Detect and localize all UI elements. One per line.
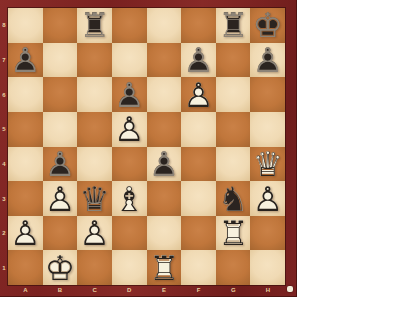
square-f6[interactable]: ♟♙ (181, 77, 216, 112)
square-a7[interactable]: ♟♙ (8, 43, 43, 78)
square-f3[interactable] (181, 181, 216, 216)
white-to-move-indicator (287, 286, 294, 293)
piece-black-pawn[interactable]: ♟♙ (112, 77, 147, 112)
file-label-h: H (251, 285, 286, 296)
square-e3[interactable] (147, 181, 182, 216)
square-g5[interactable] (216, 112, 251, 147)
piece-black-knight[interactable]: ♞♘ (216, 181, 251, 216)
square-f7[interactable]: ♟♙ (181, 43, 216, 78)
square-b4[interactable]: ♟♙ (43, 147, 78, 182)
file-label-f: F (181, 285, 216, 296)
square-g4[interactable] (216, 147, 251, 182)
square-g3[interactable]: ♞♘ (216, 181, 251, 216)
piece-white-rook[interactable]: ♜♖ (147, 250, 182, 285)
square-d3[interactable]: ♝♗ (112, 181, 147, 216)
square-g8[interactable]: ♜♖ (216, 8, 251, 43)
rank-label-5: 5 (0, 112, 8, 147)
square-f4[interactable] (181, 147, 216, 182)
square-h2[interactable] (250, 216, 285, 251)
square-g1[interactable] (216, 250, 251, 285)
rank-label-4: 4 (0, 147, 8, 182)
square-c4[interactable] (77, 147, 112, 182)
square-a8[interactable] (8, 8, 43, 43)
square-h6[interactable] (250, 77, 285, 112)
square-a4[interactable] (8, 147, 43, 182)
chessboard: ♜♖♜♖♚♔♟♙♟♙♟♙♟♙♟♙♟♙♟♙♟♙♛♕♟♙♛♕♝♗♞♘♟♙♟♙♟♙♜♖… (8, 8, 285, 285)
square-b7[interactable] (43, 43, 78, 78)
square-c5[interactable] (77, 112, 112, 147)
square-g7[interactable] (216, 43, 251, 78)
square-e8[interactable] (147, 8, 182, 43)
square-g6[interactable] (216, 77, 251, 112)
square-c8[interactable]: ♜♖ (77, 8, 112, 43)
piece-black-rook[interactable]: ♜♖ (77, 8, 112, 43)
square-g2[interactable]: ♜♖ (216, 216, 251, 251)
square-f8[interactable] (181, 8, 216, 43)
rank-label-3: 3 (0, 181, 8, 216)
square-f1[interactable] (181, 250, 216, 285)
rank-label-6: 6 (0, 77, 8, 112)
piece-white-pawn[interactable]: ♟♙ (8, 216, 43, 251)
piece-black-king[interactable]: ♚♔ (250, 8, 285, 43)
square-b1[interactable]: ♚♔ (43, 250, 78, 285)
square-b8[interactable] (43, 8, 78, 43)
square-f5[interactable] (181, 112, 216, 147)
square-d7[interactable] (112, 43, 147, 78)
square-a3[interactable] (8, 181, 43, 216)
piece-black-pawn[interactable]: ♟♙ (8, 43, 43, 78)
square-e6[interactable] (147, 77, 182, 112)
piece-black-pawn[interactable]: ♟♙ (147, 147, 182, 182)
piece-white-pawn[interactable]: ♟♙ (250, 181, 285, 216)
square-d6[interactable]: ♟♙ (112, 77, 147, 112)
page: ♜♖♜♖♚♔♟♙♟♙♟♙♟♙♟♙♟♙♟♙♟♙♛♕♟♙♛♕♝♗♞♘♟♙♟♙♟♙♜♖… (0, 0, 414, 311)
square-b3[interactable]: ♟♙ (43, 181, 78, 216)
piece-white-pawn[interactable]: ♟♙ (112, 112, 147, 147)
file-label-d: D (112, 285, 147, 296)
square-e2[interactable] (147, 216, 182, 251)
square-b6[interactable] (43, 77, 78, 112)
square-a5[interactable] (8, 112, 43, 147)
piece-black-queen[interactable]: ♛♕ (77, 181, 112, 216)
piece-black-rook[interactable]: ♜♖ (216, 8, 251, 43)
square-c6[interactable] (77, 77, 112, 112)
square-a2[interactable]: ♟♙ (8, 216, 43, 251)
square-a6[interactable] (8, 77, 43, 112)
square-h1[interactable] (250, 250, 285, 285)
chessboard-frame: ♜♖♜♖♚♔♟♙♟♙♟♙♟♙♟♙♟♙♟♙♟♙♛♕♟♙♛♕♝♗♞♘♟♙♟♙♟♙♜♖… (0, 0, 297, 297)
square-e5[interactable] (147, 112, 182, 147)
piece-black-pawn[interactable]: ♟♙ (43, 147, 78, 182)
square-c7[interactable] (77, 43, 112, 78)
file-label-g: G (216, 285, 251, 296)
square-a1[interactable] (8, 250, 43, 285)
square-h8[interactable]: ♚♔ (250, 8, 285, 43)
piece-white-pawn[interactable]: ♟♙ (43, 181, 78, 216)
square-d1[interactable] (112, 250, 147, 285)
square-e7[interactable] (147, 43, 182, 78)
piece-black-pawn[interactable]: ♟♙ (250, 43, 285, 78)
rank-label-1: 1 (0, 251, 8, 286)
square-c3[interactable]: ♛♕ (77, 181, 112, 216)
square-b5[interactable] (43, 112, 78, 147)
square-d8[interactable] (112, 8, 147, 43)
square-e4[interactable]: ♟♙ (147, 147, 182, 182)
piece-black-pawn[interactable]: ♟♙ (181, 43, 216, 78)
square-f2[interactable] (181, 216, 216, 251)
square-e1[interactable]: ♜♖ (147, 250, 182, 285)
piece-white-pawn[interactable]: ♟♙ (181, 77, 216, 112)
piece-white-queen[interactable]: ♛♕ (250, 147, 285, 182)
square-b2[interactable] (43, 216, 78, 251)
square-h5[interactable] (250, 112, 285, 147)
rank-label-8: 8 (0, 8, 8, 43)
square-d2[interactable] (112, 216, 147, 251)
square-h7[interactable]: ♟♙ (250, 43, 285, 78)
file-label-c: C (77, 285, 112, 296)
rank-label-7: 7 (0, 43, 8, 78)
square-d5[interactable]: ♟♙ (112, 112, 147, 147)
piece-white-bishop[interactable]: ♝♗ (112, 181, 147, 216)
square-h3[interactable]: ♟♙ (250, 181, 285, 216)
file-label-a: A (8, 285, 43, 296)
square-d4[interactable] (112, 147, 147, 182)
piece-white-pawn[interactable]: ♟♙ (77, 216, 112, 251)
square-c1[interactable] (77, 250, 112, 285)
square-h4[interactable]: ♛♕ (250, 147, 285, 182)
piece-white-rook[interactable]: ♜♖ (216, 216, 251, 251)
square-c2[interactable]: ♟♙ (77, 216, 112, 251)
piece-white-king[interactable]: ♚♔ (43, 250, 78, 285)
rank-label-2: 2 (0, 216, 8, 251)
